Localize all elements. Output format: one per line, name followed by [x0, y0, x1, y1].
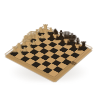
black-pawn: ♟: [48, 33, 54, 39]
black-pawn: ♟: [54, 35, 60, 41]
product-photo: ♜♞♝♛♚♝♞♜♟♟♟♟♟♟♟♟♞♝♛♚♝♜♟♟♟♟♟♟: [0, 0, 98, 98]
black-pawn: ♟: [70, 43, 76, 49]
black-pawn: ♟: [76, 45, 82, 52]
board-squares: ♜♞♝♛♚♝♞♜♟♟♟♟♟♟♟♟♞♝♛♚♝♜♟♟♟♟♟♟: [9, 28, 88, 77]
perspective-container: ♜♞♝♛♚♝♞♜♟♟♟♟♟♟♟♟♞♝♛♚♝♜♟♟♟♟♟♟: [0, 0, 98, 98]
board-face-frame: ♜♞♝♛♚♝♞♜♟♟♟♟♟♟♟♟♞♝♛♚♝♜♟♟♟♟♟♟: [5, 26, 92, 80]
black-pawn: ♟: [59, 38, 65, 44]
chess-board: ♜♞♝♛♚♝♞♜♟♟♟♟♟♟♟♟♞♝♛♚♝♜♟♟♟♟♟♟: [5, 26, 92, 80]
white-pawn: ♟: [17, 50, 23, 57]
black-pawn: ♟: [65, 40, 71, 46]
